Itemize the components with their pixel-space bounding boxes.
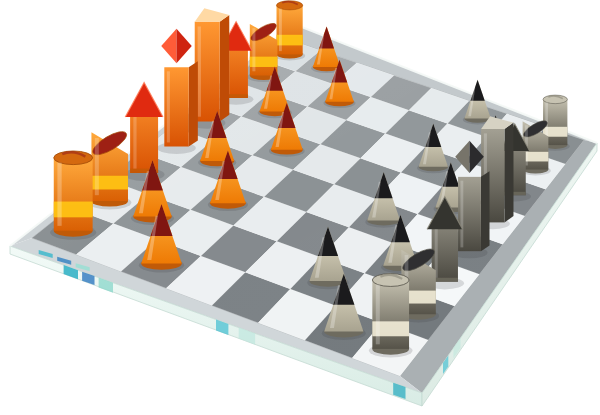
piece-amber-knight-b1 [88,127,131,209]
piece-amber-rook-a1 [50,151,96,240]
piece-amber-rook-h1 [274,1,305,61]
chess-board-scene [0,0,600,415]
piece-smoke-rook-a8 [369,274,413,358]
acrylic-chess-set-photo [0,0,600,415]
